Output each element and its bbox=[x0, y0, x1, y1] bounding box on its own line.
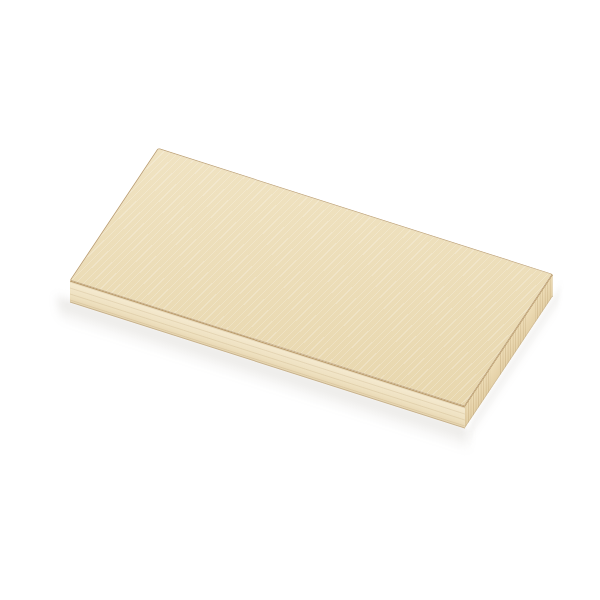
product-photo-scene bbox=[0, 0, 600, 600]
